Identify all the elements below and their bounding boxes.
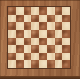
square-e6[interactable] bbox=[39, 22, 47, 30]
square-e7[interactable] bbox=[39, 15, 47, 23]
square-f7[interactable] bbox=[47, 15, 55, 23]
square-f5[interactable] bbox=[47, 30, 55, 38]
square-e1[interactable] bbox=[39, 60, 47, 68]
square-h5[interactable] bbox=[62, 30, 70, 38]
square-d7[interactable] bbox=[31, 15, 39, 23]
square-a8[interactable] bbox=[8, 7, 16, 15]
square-f3[interactable] bbox=[47, 45, 55, 53]
board-bottom-edge bbox=[0, 76, 80, 79]
square-h1[interactable] bbox=[62, 60, 70, 68]
square-h7[interactable] bbox=[62, 15, 70, 23]
square-b4[interactable] bbox=[16, 38, 24, 46]
square-d3[interactable] bbox=[31, 45, 39, 53]
square-d1[interactable] bbox=[31, 60, 39, 68]
square-d8[interactable] bbox=[31, 7, 39, 15]
square-g7[interactable] bbox=[55, 15, 63, 23]
square-e4[interactable] bbox=[39, 38, 47, 46]
square-a2[interactable] bbox=[8, 53, 16, 61]
square-a6[interactable] bbox=[8, 22, 16, 30]
square-d2[interactable] bbox=[31, 53, 39, 61]
board-grid bbox=[8, 7, 70, 68]
square-b1[interactable] bbox=[16, 60, 24, 68]
square-d4[interactable] bbox=[31, 38, 39, 46]
square-c5[interactable] bbox=[24, 30, 32, 38]
square-a4[interactable] bbox=[8, 38, 16, 46]
square-c4[interactable] bbox=[24, 38, 32, 46]
square-h8[interactable] bbox=[62, 7, 70, 15]
square-g5[interactable] bbox=[55, 30, 63, 38]
square-f2[interactable] bbox=[47, 53, 55, 61]
square-e2[interactable] bbox=[39, 53, 47, 61]
square-f1[interactable] bbox=[47, 60, 55, 68]
square-a1[interactable] bbox=[8, 60, 16, 68]
square-c6[interactable] bbox=[24, 22, 32, 30]
square-b5[interactable] bbox=[16, 30, 24, 38]
square-c1[interactable] bbox=[24, 60, 32, 68]
square-g2[interactable] bbox=[55, 53, 63, 61]
square-c2[interactable] bbox=[24, 53, 32, 61]
square-g6[interactable] bbox=[55, 22, 63, 30]
square-c8[interactable] bbox=[24, 7, 32, 15]
square-b8[interactable] bbox=[16, 7, 24, 15]
square-a7[interactable] bbox=[8, 15, 16, 23]
square-b6[interactable] bbox=[16, 22, 24, 30]
square-a5[interactable] bbox=[8, 30, 16, 38]
square-e5[interactable] bbox=[39, 30, 47, 38]
square-b2[interactable] bbox=[16, 53, 24, 61]
square-g8[interactable] bbox=[55, 7, 63, 15]
square-h3[interactable] bbox=[62, 45, 70, 53]
square-h6[interactable] bbox=[62, 22, 70, 30]
square-h4[interactable] bbox=[62, 38, 70, 46]
square-g3[interactable] bbox=[55, 45, 63, 53]
square-h2[interactable] bbox=[62, 53, 70, 61]
square-f4[interactable] bbox=[47, 38, 55, 46]
square-d5[interactable] bbox=[31, 30, 39, 38]
square-b7[interactable] bbox=[16, 15, 24, 23]
square-b3[interactable] bbox=[16, 45, 24, 53]
square-f8[interactable] bbox=[47, 7, 55, 15]
square-g4[interactable] bbox=[55, 38, 63, 46]
square-c3[interactable] bbox=[24, 45, 32, 53]
square-e3[interactable] bbox=[39, 45, 47, 53]
square-f6[interactable] bbox=[47, 22, 55, 30]
square-e8[interactable] bbox=[39, 7, 47, 15]
square-a3[interactable] bbox=[8, 45, 16, 53]
wooden-chessboard bbox=[0, 0, 80, 79]
square-g1[interactable] bbox=[55, 60, 63, 68]
square-c7[interactable] bbox=[24, 15, 32, 23]
square-d6[interactable] bbox=[31, 22, 39, 30]
